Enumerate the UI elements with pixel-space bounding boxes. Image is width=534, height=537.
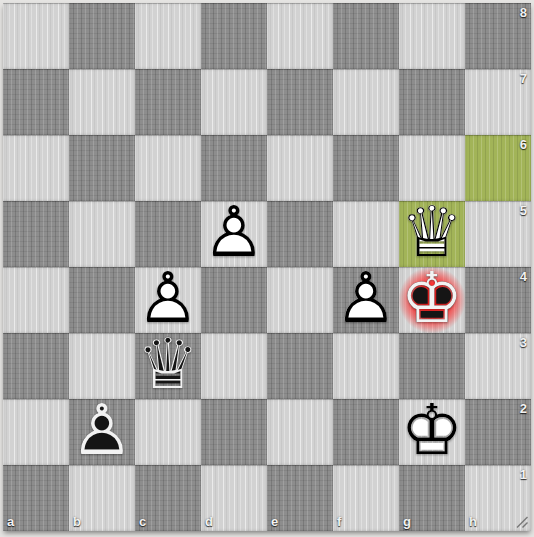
white-pawn-glyph: ♟: [335, 263, 398, 333]
square-g3[interactable]: [399, 333, 465, 399]
rank-label-6: 6: [520, 137, 527, 152]
black-queen-glyph: ♛: [137, 329, 200, 399]
square-a3[interactable]: [3, 333, 69, 399]
file-label-a: a: [7, 514, 14, 529]
square-f4[interactable]: ♟♙: [333, 267, 399, 333]
square-h6[interactable]: 6: [465, 135, 531, 201]
square-c5[interactable]: [135, 201, 201, 267]
white-king-outline: ♔: [401, 395, 464, 465]
white-queen-glyph: ♛: [401, 197, 464, 267]
square-d6[interactable]: [201, 135, 267, 201]
rank-label-7: 7: [520, 71, 527, 86]
square-c7[interactable]: [135, 69, 201, 135]
square-f7[interactable]: [333, 69, 399, 135]
square-g7[interactable]: [399, 69, 465, 135]
black-queen-outline: ♕: [137, 329, 200, 399]
square-b1[interactable]: b: [69, 465, 135, 531]
square-d8[interactable]: [201, 3, 267, 69]
square-f3[interactable]: [333, 333, 399, 399]
square-d1[interactable]: d: [201, 465, 267, 531]
square-b3[interactable]: [69, 333, 135, 399]
white-pawn[interactable]: ♟♙: [135, 267, 201, 333]
square-e8[interactable]: [267, 3, 333, 69]
white-pawn-glyph: ♟: [203, 197, 266, 267]
square-c1[interactable]: c: [135, 465, 201, 531]
black-king[interactable]: ♚♔: [399, 267, 465, 333]
square-c3[interactable]: ♛♕: [135, 333, 201, 399]
square-b2[interactable]: ♟♙: [69, 399, 135, 465]
square-d5[interactable]: ♟♙: [201, 201, 267, 267]
black-king-glyph: ♚: [401, 263, 464, 333]
square-a4[interactable]: [3, 267, 69, 333]
square-f6[interactable]: [333, 135, 399, 201]
rank-label-8: 8: [520, 5, 527, 20]
square-a5[interactable]: [3, 201, 69, 267]
square-a6[interactable]: [3, 135, 69, 201]
rank-label-1: 1: [520, 467, 527, 482]
rank-label-2: 2: [520, 401, 527, 416]
square-h2[interactable]: 2: [465, 399, 531, 465]
chess-board: 876♟♙♛♕5♟♙♟♙♚♔4♛♕3♟♙♚♔2abcdefgh1: [3, 3, 531, 531]
square-a2[interactable]: [3, 399, 69, 465]
white-queen[interactable]: ♛♕: [399, 201, 465, 267]
square-e6[interactable]: [267, 135, 333, 201]
square-e7[interactable]: [267, 69, 333, 135]
black-pawn-outline: ♙: [71, 395, 134, 465]
square-e1[interactable]: e: [267, 465, 333, 531]
file-label-c: c: [139, 514, 146, 529]
square-e2[interactable]: [267, 399, 333, 465]
black-pawn[interactable]: ♟♙: [69, 399, 135, 465]
file-label-b: b: [73, 514, 81, 529]
square-d4[interactable]: [201, 267, 267, 333]
square-h5[interactable]: 5: [465, 201, 531, 267]
square-b7[interactable]: [69, 69, 135, 135]
square-c6[interactable]: [135, 135, 201, 201]
square-f8[interactable]: [333, 3, 399, 69]
white-pawn[interactable]: ♟♙: [201, 201, 267, 267]
square-h3[interactable]: 3: [465, 333, 531, 399]
square-d7[interactable]: [201, 69, 267, 135]
rank-label-5: 5: [520, 203, 527, 218]
square-g6[interactable]: [399, 135, 465, 201]
square-b4[interactable]: [69, 267, 135, 333]
chess-board-container: 876♟♙♛♕5♟♙♟♙♚♔4♛♕3♟♙♚♔2abcdefgh1: [3, 3, 531, 531]
file-label-h: h: [469, 514, 477, 529]
black-queen[interactable]: ♛♕: [135, 333, 201, 399]
rank-label-3: 3: [520, 335, 527, 350]
square-b5[interactable]: [69, 201, 135, 267]
square-a7[interactable]: [3, 69, 69, 135]
square-g8[interactable]: [399, 3, 465, 69]
white-king-glyph: ♚: [401, 395, 464, 465]
square-a1[interactable]: a: [3, 465, 69, 531]
square-g4[interactable]: ♚♔: [399, 267, 465, 333]
square-c8[interactable]: [135, 3, 201, 69]
square-g2[interactable]: ♚♔: [399, 399, 465, 465]
square-f1[interactable]: f: [333, 465, 399, 531]
square-d3[interactable]: [201, 333, 267, 399]
white-pawn-outline: ♙: [137, 263, 200, 333]
file-label-e: e: [271, 514, 278, 529]
white-pawn[interactable]: ♟♙: [333, 267, 399, 333]
square-e3[interactable]: [267, 333, 333, 399]
square-f2[interactable]: [333, 399, 399, 465]
white-pawn-outline: ♙: [203, 197, 266, 267]
white-king[interactable]: ♚♔: [399, 399, 465, 465]
square-h4[interactable]: 4: [465, 267, 531, 333]
file-label-g: g: [403, 514, 411, 529]
black-pawn-glyph: ♟: [71, 395, 134, 465]
square-h7[interactable]: 7: [465, 69, 531, 135]
square-f5[interactable]: [333, 201, 399, 267]
resize-handle-icon[interactable]: [515, 515, 529, 529]
square-a8[interactable]: [3, 3, 69, 69]
square-b8[interactable]: [69, 3, 135, 69]
file-label-f: f: [337, 514, 341, 529]
white-pawn-outline: ♙: [335, 263, 398, 333]
square-b6[interactable]: [69, 135, 135, 201]
black-king-outline: ♔: [401, 263, 464, 333]
square-c2[interactable]: [135, 399, 201, 465]
square-g5[interactable]: ♛♕: [399, 201, 465, 267]
square-c4[interactable]: ♟♙: [135, 267, 201, 333]
square-g1[interactable]: g: [399, 465, 465, 531]
square-h8[interactable]: 8: [465, 3, 531, 69]
white-queen-outline: ♕: [401, 197, 464, 267]
white-pawn-glyph: ♟: [137, 263, 200, 333]
rank-label-4: 4: [520, 269, 527, 284]
file-label-d: d: [205, 514, 213, 529]
square-e4[interactable]: [267, 267, 333, 333]
square-e5[interactable]: [267, 201, 333, 267]
square-d2[interactable]: [201, 399, 267, 465]
